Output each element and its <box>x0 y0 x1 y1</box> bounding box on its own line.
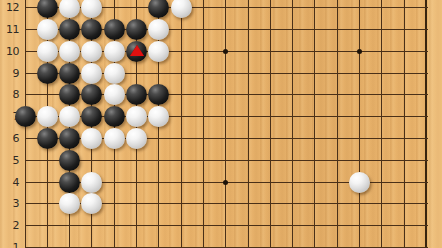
black-stone <box>59 172 80 193</box>
white-stone <box>148 19 169 40</box>
row-label-1: 1 <box>0 241 19 248</box>
black-stone <box>59 19 80 40</box>
black-stone <box>59 84 80 105</box>
white-stone <box>126 106 147 127</box>
row-label-2: 2 <box>0 219 19 232</box>
white-stone <box>59 0 80 18</box>
white-stone <box>81 41 102 62</box>
white-stone <box>37 19 58 40</box>
grid-vline <box>381 0 382 248</box>
white-stone <box>81 172 102 193</box>
white-stone <box>104 128 125 149</box>
black-stone <box>104 19 125 40</box>
grid-vline <box>337 0 338 248</box>
white-stone <box>104 41 125 62</box>
black-stone <box>81 106 102 127</box>
white-stone <box>59 193 80 214</box>
star-point <box>223 49 228 54</box>
grid-vline <box>248 0 249 248</box>
black-stone <box>59 128 80 149</box>
black-stone <box>37 63 58 84</box>
black-stone <box>81 19 102 40</box>
white-stone <box>148 41 169 62</box>
black-stone <box>15 106 36 127</box>
go-board[interactable]: 121110987654321 <box>0 0 442 248</box>
black-stone <box>59 150 80 171</box>
row-label-9: 9 <box>0 67 19 80</box>
row-label-12: 12 <box>0 1 19 14</box>
black-stone <box>59 63 80 84</box>
star-point <box>223 180 228 185</box>
grid-vline <box>225 0 226 248</box>
star-point <box>357 49 362 54</box>
white-stone <box>126 128 147 149</box>
black-stone <box>81 84 102 105</box>
row-label-6: 6 <box>0 132 19 145</box>
white-stone <box>81 193 102 214</box>
white-stone <box>349 172 370 193</box>
white-stone <box>104 63 125 84</box>
grid-hline <box>25 225 428 226</box>
white-stone <box>59 41 80 62</box>
white-stone <box>81 0 102 18</box>
grid-vline <box>314 0 315 248</box>
grid-vline <box>292 0 293 248</box>
board-edge-line <box>425 0 427 248</box>
board-right-margin <box>428 0 442 248</box>
row-label-10: 10 <box>0 45 19 58</box>
row-label-5: 5 <box>0 154 19 167</box>
black-stone <box>37 0 58 18</box>
black-stone <box>104 106 125 127</box>
grid-vline <box>270 0 271 248</box>
black-stone <box>148 0 169 18</box>
white-stone <box>148 106 169 127</box>
white-stone <box>171 0 192 18</box>
grid-hline <box>25 160 428 161</box>
last-move-triangle-marker <box>130 45 144 56</box>
row-label-11: 11 <box>0 23 19 36</box>
white-stone <box>37 106 58 127</box>
grid-vline <box>359 0 360 248</box>
black-stone <box>37 128 58 149</box>
white-stone <box>104 84 125 105</box>
black-stone <box>148 84 169 105</box>
grid-vline <box>203 0 204 248</box>
white-stone <box>81 63 102 84</box>
row-label-4: 4 <box>0 176 19 189</box>
white-stone <box>37 41 58 62</box>
grid-vline <box>181 0 182 248</box>
black-stone <box>126 84 147 105</box>
grid-vline <box>404 0 405 248</box>
black-stone <box>126 19 147 40</box>
row-label-8: 8 <box>0 88 19 101</box>
row-label-3: 3 <box>0 197 19 210</box>
white-stone <box>81 128 102 149</box>
white-stone <box>59 106 80 127</box>
